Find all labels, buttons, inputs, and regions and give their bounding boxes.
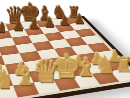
- piece-black-pawn-e7: ♟: [28, 18, 40, 31]
- piece-black-pawn-h7: ♟: [74, 13, 86, 26]
- piece-black-pawn-f7: ♟: [44, 16, 56, 29]
- piece-black-pawn-g7: ♟: [59, 15, 71, 28]
- piece-black-pawn-c7: ♟: [0, 21, 8, 35]
- chess-board: ♜♞♝♛♚♝♞♜♟♟♟♟♟♟♟♟♟♟♟♟♟♟♟♟♜♞♝♛♚♝♞♜: [0, 15, 130, 98]
- piece-white-bishop-c1: ♝: [14, 63, 38, 89]
- chess-set-photo: ♜♞♝♛♚♝♞♜♟♟♟♟♟♟♟♟♟♟♟♟♟♟♟♟♜♞♝♛♚♝♞♜: [0, 0, 130, 98]
- piece-black-pawn-d7: ♟: [12, 20, 24, 34]
- piece-white-knight-g1: ♞: [95, 54, 116, 78]
- piece-white-knight-b1: ♞: [0, 68, 16, 94]
- piece-white-rook-h1: ♜: [115, 55, 130, 75]
- scene-perspective: ♜♞♝♛♚♝♞♜♟♟♟♟♟♟♟♟♟♟♟♟♟♟♟♟♜♞♝♛♚♝♞♜: [0, 0, 130, 98]
